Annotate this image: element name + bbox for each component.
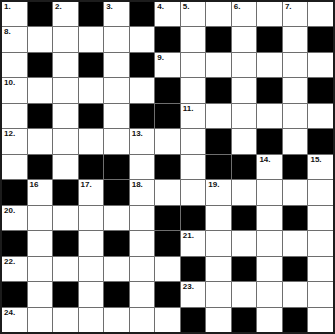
white-cell[interactable] bbox=[308, 2, 333, 26]
black-cell bbox=[79, 2, 104, 26]
clue-number: 5. bbox=[183, 2, 190, 11]
white-cell[interactable] bbox=[53, 206, 78, 230]
white-cell[interactable] bbox=[28, 129, 53, 153]
white-cell[interactable] bbox=[79, 308, 104, 332]
white-cell[interactable] bbox=[155, 180, 180, 204]
white-cell[interactable] bbox=[283, 53, 308, 77]
white-cell[interactable] bbox=[130, 155, 155, 179]
black-cell bbox=[155, 27, 180, 51]
white-cell[interactable] bbox=[257, 206, 282, 230]
black-cell bbox=[308, 78, 333, 102]
black-cell bbox=[283, 206, 308, 230]
white-cell[interactable] bbox=[308, 257, 333, 281]
clue-number: 24. bbox=[4, 308, 15, 317]
black-cell bbox=[232, 257, 257, 281]
white-cell[interactable]: 3. bbox=[104, 2, 129, 26]
white-cell[interactable] bbox=[206, 53, 231, 77]
white-cell[interactable] bbox=[2, 104, 27, 128]
black-cell bbox=[28, 155, 53, 179]
white-cell[interactable] bbox=[308, 282, 333, 306]
black-cell bbox=[308, 129, 333, 153]
clue-number: 6. bbox=[234, 2, 241, 11]
white-cell[interactable] bbox=[206, 206, 231, 230]
white-cell[interactable] bbox=[257, 180, 282, 204]
white-cell[interactable] bbox=[28, 308, 53, 332]
white-cell[interactable] bbox=[28, 206, 53, 230]
white-cell[interactable]: 17. bbox=[79, 180, 104, 204]
white-cell[interactable] bbox=[206, 104, 231, 128]
white-cell[interactable] bbox=[104, 78, 129, 102]
white-cell[interactable]: 11. bbox=[181, 104, 206, 128]
white-cell[interactable] bbox=[257, 308, 282, 332]
white-cell[interactable]: 23. bbox=[181, 282, 206, 306]
white-cell[interactable] bbox=[181, 129, 206, 153]
black-cell bbox=[104, 180, 129, 204]
black-cell bbox=[53, 282, 78, 306]
white-cell[interactable] bbox=[130, 78, 155, 102]
white-cell[interactable] bbox=[206, 282, 231, 306]
white-cell[interactable] bbox=[155, 308, 180, 332]
white-cell[interactable] bbox=[181, 53, 206, 77]
white-cell[interactable] bbox=[104, 129, 129, 153]
white-cell[interactable] bbox=[308, 180, 333, 204]
black-cell bbox=[28, 2, 53, 26]
white-cell[interactable] bbox=[257, 231, 282, 255]
black-cell bbox=[79, 155, 104, 179]
black-cell bbox=[155, 231, 180, 255]
white-cell[interactable]: 6. bbox=[232, 2, 257, 26]
black-cell bbox=[104, 155, 129, 179]
clue-number: 13. bbox=[132, 129, 143, 138]
black-cell bbox=[155, 104, 180, 128]
black-cell bbox=[206, 129, 231, 153]
clue-number: 3. bbox=[106, 2, 113, 11]
white-cell[interactable] bbox=[104, 206, 129, 230]
black-cell bbox=[283, 155, 308, 179]
white-cell[interactable] bbox=[206, 257, 231, 281]
clue-number: 18. bbox=[132, 180, 143, 189]
white-cell[interactable]: 14. bbox=[257, 155, 282, 179]
white-cell[interactable] bbox=[283, 282, 308, 306]
black-cell bbox=[283, 308, 308, 332]
white-cell[interactable] bbox=[232, 78, 257, 102]
black-cell bbox=[206, 78, 231, 102]
black-cell bbox=[155, 78, 180, 102]
white-cell[interactable] bbox=[28, 231, 53, 255]
white-cell[interactable] bbox=[53, 308, 78, 332]
white-cell[interactable] bbox=[283, 180, 308, 204]
white-cell[interactable] bbox=[104, 53, 129, 77]
white-cell[interactable]: 21. bbox=[181, 231, 206, 255]
white-cell[interactable] bbox=[104, 104, 129, 128]
white-cell[interactable]: 1. bbox=[2, 2, 27, 26]
clue-number: 15. bbox=[310, 155, 321, 164]
white-cell[interactable] bbox=[79, 231, 104, 255]
black-cell bbox=[28, 53, 53, 77]
white-cell[interactable] bbox=[283, 129, 308, 153]
black-cell bbox=[155, 155, 180, 179]
white-cell[interactable]: 9. bbox=[155, 53, 180, 77]
white-cell[interactable] bbox=[130, 27, 155, 51]
white-cell[interactable] bbox=[53, 257, 78, 281]
clue-number: 20. bbox=[4, 206, 15, 215]
clue-number: 21. bbox=[183, 231, 194, 240]
white-cell[interactable] bbox=[28, 257, 53, 281]
clue-number: 17. bbox=[81, 180, 92, 189]
white-cell[interactable]: 24. bbox=[2, 308, 27, 332]
white-cell[interactable] bbox=[79, 78, 104, 102]
white-cell[interactable] bbox=[232, 231, 257, 255]
black-cell bbox=[206, 27, 231, 51]
black-cell bbox=[130, 2, 155, 26]
clue-number: 22. bbox=[4, 257, 15, 266]
white-cell[interactable] bbox=[257, 2, 282, 26]
white-cell[interactable] bbox=[79, 129, 104, 153]
white-cell[interactable] bbox=[308, 104, 333, 128]
white-cell[interactable] bbox=[232, 180, 257, 204]
white-cell[interactable] bbox=[104, 308, 129, 332]
white-cell[interactable] bbox=[283, 27, 308, 51]
white-cell[interactable] bbox=[104, 257, 129, 281]
white-cell[interactable] bbox=[79, 257, 104, 281]
white-cell[interactable] bbox=[308, 206, 333, 230]
white-cell[interactable] bbox=[155, 257, 180, 281]
white-cell[interactable] bbox=[130, 231, 155, 255]
white-cell[interactable] bbox=[181, 155, 206, 179]
white-cell[interactable] bbox=[206, 2, 231, 26]
black-cell bbox=[53, 231, 78, 255]
white-cell[interactable] bbox=[53, 129, 78, 153]
white-cell[interactable] bbox=[257, 53, 282, 77]
white-cell[interactable]: 19. bbox=[206, 180, 231, 204]
white-cell[interactable]: 15. bbox=[308, 155, 333, 179]
white-cell[interactable]: 16 bbox=[28, 180, 53, 204]
white-cell[interactable] bbox=[257, 257, 282, 281]
white-cell[interactable] bbox=[181, 180, 206, 204]
white-cell[interactable] bbox=[283, 104, 308, 128]
white-cell[interactable] bbox=[155, 129, 180, 153]
white-cell[interactable] bbox=[308, 308, 333, 332]
black-cell bbox=[181, 206, 206, 230]
white-cell[interactable] bbox=[53, 104, 78, 128]
white-cell[interactable] bbox=[104, 27, 129, 51]
black-cell bbox=[79, 53, 104, 77]
white-cell[interactable]: 20. bbox=[2, 206, 27, 230]
black-cell bbox=[130, 104, 155, 128]
black-cell bbox=[79, 104, 104, 128]
black-cell bbox=[2, 282, 27, 306]
clue-number: 1. bbox=[4, 2, 11, 11]
white-cell[interactable] bbox=[130, 206, 155, 230]
black-cell bbox=[155, 282, 180, 306]
white-cell[interactable] bbox=[79, 206, 104, 230]
clue-number: 14. bbox=[259, 155, 270, 164]
black-cell bbox=[104, 231, 129, 255]
white-cell[interactable]: 12. bbox=[2, 129, 27, 153]
white-cell[interactable] bbox=[53, 155, 78, 179]
white-cell[interactable]: 7. bbox=[283, 2, 308, 26]
black-cell bbox=[2, 231, 27, 255]
white-cell[interactable] bbox=[2, 155, 27, 179]
clue-number: 11. bbox=[183, 104, 194, 113]
white-cell[interactable] bbox=[232, 104, 257, 128]
clue-number: 4. bbox=[157, 2, 164, 11]
black-cell bbox=[206, 155, 231, 179]
black-cell bbox=[232, 308, 257, 332]
clue-number: 16 bbox=[30, 180, 39, 189]
white-cell[interactable] bbox=[283, 78, 308, 102]
white-cell[interactable] bbox=[232, 129, 257, 153]
white-cell[interactable] bbox=[79, 282, 104, 306]
clue-number: 7. bbox=[285, 2, 292, 11]
black-cell bbox=[130, 53, 155, 77]
clue-number: 2. bbox=[55, 2, 62, 11]
black-cell bbox=[257, 27, 282, 51]
white-cell[interactable] bbox=[308, 53, 333, 77]
white-cell[interactable]: 10. bbox=[2, 78, 27, 102]
white-cell[interactable]: 8. bbox=[2, 27, 27, 51]
white-cell[interactable]: 2. bbox=[53, 2, 78, 26]
white-cell[interactable] bbox=[232, 27, 257, 51]
white-cell[interactable] bbox=[257, 104, 282, 128]
clue-number: 8. bbox=[4, 27, 11, 36]
clue-number: 19. bbox=[208, 180, 219, 189]
white-cell[interactable] bbox=[308, 231, 333, 255]
white-cell[interactable] bbox=[257, 282, 282, 306]
white-cell[interactable]: 4. bbox=[155, 2, 180, 26]
white-cell[interactable] bbox=[232, 282, 257, 306]
white-cell[interactable] bbox=[28, 27, 53, 51]
black-cell bbox=[181, 308, 206, 332]
white-cell[interactable] bbox=[79, 27, 104, 51]
white-cell[interactable]: 13. bbox=[130, 129, 155, 153]
black-cell bbox=[53, 180, 78, 204]
white-cell[interactable] bbox=[2, 53, 27, 77]
clue-number: 9. bbox=[157, 53, 164, 62]
crossword-board: 1.2.3.4.5.6.7.8.9.10.11.12.13.14.15.1617… bbox=[0, 0, 335, 334]
black-cell bbox=[257, 78, 282, 102]
white-cell[interactable] bbox=[130, 282, 155, 306]
white-cell[interactable]: 18. bbox=[130, 180, 155, 204]
black-cell bbox=[181, 257, 206, 281]
black-cell bbox=[283, 257, 308, 281]
white-cell[interactable]: 22. bbox=[2, 257, 27, 281]
black-cell bbox=[257, 129, 282, 153]
black-cell bbox=[104, 282, 129, 306]
clue-number: 23. bbox=[183, 282, 194, 291]
black-cell bbox=[2, 180, 27, 204]
black-cell bbox=[232, 155, 257, 179]
white-cell[interactable] bbox=[53, 78, 78, 102]
black-cell bbox=[28, 104, 53, 128]
white-cell[interactable] bbox=[28, 78, 53, 102]
white-cell[interactable] bbox=[130, 257, 155, 281]
white-cell[interactable] bbox=[181, 78, 206, 102]
clue-number: 10. bbox=[4, 78, 15, 87]
clue-number: 12. bbox=[4, 129, 15, 138]
white-cell[interactable] bbox=[28, 282, 53, 306]
white-cell[interactable] bbox=[232, 53, 257, 77]
white-cell[interactable] bbox=[206, 231, 231, 255]
black-cell bbox=[308, 27, 333, 51]
black-cell bbox=[232, 206, 257, 230]
white-cell[interactable] bbox=[53, 53, 78, 77]
white-cell[interactable] bbox=[130, 308, 155, 332]
white-cell[interactable]: 5. bbox=[181, 2, 206, 26]
black-cell bbox=[155, 206, 180, 230]
white-cell[interactable] bbox=[53, 27, 78, 51]
white-cell[interactable] bbox=[283, 231, 308, 255]
white-cell[interactable] bbox=[181, 27, 206, 51]
white-cell[interactable] bbox=[206, 308, 231, 332]
